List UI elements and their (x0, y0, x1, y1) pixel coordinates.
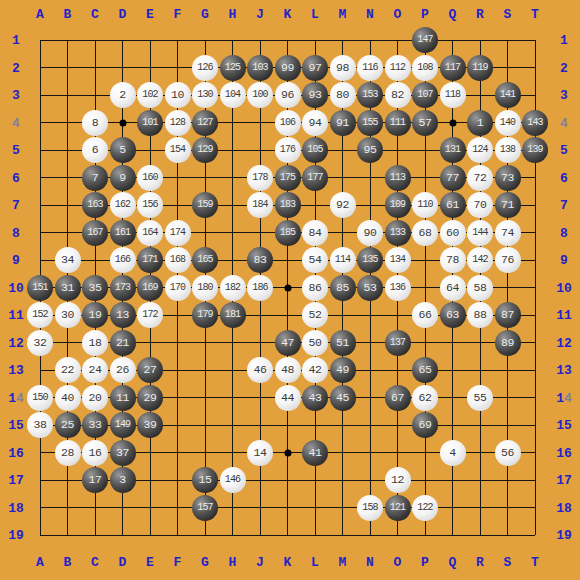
stone-S12-move-89: 89 (495, 330, 521, 356)
stone-C14-move-20: 20 (82, 385, 108, 411)
col-label-J-top: J (256, 8, 264, 21)
stone-K4-move-106: 106 (275, 110, 301, 136)
stone-move-number: 105 (307, 145, 323, 155)
stone-J16-move-14: 14 (247, 440, 273, 466)
stone-move-number: 58 (474, 282, 487, 294)
stone-H11-move-181: 181 (220, 302, 246, 328)
col-label-A-bottom: A (36, 556, 44, 569)
stone-move-number: 104 (225, 90, 241, 100)
row-label-1-left: 1 (12, 34, 20, 47)
stone-L16-move-41: 41 (302, 440, 328, 466)
stone-G11-move-179: 179 (192, 302, 218, 328)
col-label-M-bottom: M (339, 556, 347, 569)
stone-move-number: 128 (170, 118, 186, 128)
stone-move-number: 51 (336, 337, 349, 349)
stone-D6-move-9: 9 (110, 165, 136, 191)
stone-move-number: 90 (364, 227, 377, 239)
stone-move-number: 162 (115, 200, 131, 210)
stone-move-number: 54 (309, 254, 322, 266)
stone-L4-move-94: 94 (302, 110, 328, 136)
stone-C5-move-6: 6 (82, 137, 108, 163)
stone-move-number: 32 (34, 337, 47, 349)
stone-P15-move-69: 69 (412, 412, 438, 438)
stone-move-number: 139 (527, 145, 543, 155)
row-label-13-right: 13 (556, 364, 572, 377)
stone-move-number: 40 (61, 392, 74, 404)
stone-move-number: 171 (142, 255, 158, 265)
stone-D17-move-3: 3 (110, 467, 136, 493)
stone-move-number: 160 (142, 173, 158, 183)
stone-E10-move-169: 169 (137, 275, 163, 301)
stone-M13-move-49: 49 (330, 357, 356, 383)
stone-move-number: 35 (89, 282, 102, 294)
stone-move-number: 168 (170, 255, 186, 265)
stone-G3-move-130: 130 (192, 82, 218, 108)
stone-D9-move-166: 166 (110, 247, 136, 273)
row-label-9-right: 9 (560, 254, 568, 267)
stone-G5-move-129: 129 (192, 137, 218, 163)
stone-move-number: 18 (89, 337, 102, 349)
stone-move-number: 133 (390, 228, 406, 238)
stone-move-number: 48 (281, 364, 294, 376)
stone-L3-move-93: 93 (302, 82, 328, 108)
stone-N8-move-90: 90 (357, 220, 383, 246)
row-label-14-right: 14 (556, 391, 572, 404)
stone-D12-move-21: 21 (110, 330, 136, 356)
stone-move-number: 173 (115, 283, 131, 293)
stone-P3-move-107: 107 (412, 82, 438, 108)
stone-G9-move-165: 165 (192, 247, 218, 273)
stone-S5-move-138: 138 (495, 137, 521, 163)
stone-move-number: 140 (500, 118, 516, 128)
stone-move-number: 78 (446, 254, 459, 266)
stone-move-number: 9 (119, 172, 125, 184)
stone-D13-move-26: 26 (110, 357, 136, 383)
stone-J6-move-178: 178 (247, 165, 273, 191)
col-label-E-bottom: E (146, 556, 154, 569)
stone-B16-move-28: 28 (55, 440, 81, 466)
stone-move-number: 114 (335, 255, 351, 265)
col-label-T-bottom: T (531, 556, 539, 569)
stone-F10-move-170: 170 (165, 275, 191, 301)
stone-move-number: 57 (419, 117, 432, 129)
stone-move-number: 31 (61, 282, 74, 294)
stone-move-number: 41 (309, 447, 322, 459)
stone-R10-move-58: 58 (467, 275, 493, 301)
stone-L13-move-42: 42 (302, 357, 328, 383)
stone-G18-move-157: 157 (192, 495, 218, 521)
stone-move-number: 161 (115, 228, 131, 238)
stone-J2-move-103: 103 (247, 55, 273, 81)
stone-move-number: 100 (252, 90, 268, 100)
stone-Q7-move-61: 61 (440, 192, 466, 218)
stone-F5-move-154: 154 (165, 137, 191, 163)
col-label-E-top: E (146, 8, 154, 21)
row-label-14-left: 14 (8, 391, 24, 404)
stone-H3-move-104: 104 (220, 82, 246, 108)
stone-C17-move-17: 17 (82, 467, 108, 493)
col-label-L-bottom: L (311, 556, 319, 569)
stone-E3-move-102: 102 (137, 82, 163, 108)
stone-P1-move-147: 147 (412, 27, 438, 53)
col-label-N-bottom: N (366, 556, 374, 569)
stone-move-number: 55 (474, 392, 487, 404)
stone-move-number: 143 (527, 118, 543, 128)
stone-E9-move-171: 171 (137, 247, 163, 273)
col-label-Q-bottom: Q (449, 556, 457, 569)
stone-move-number: 101 (142, 118, 158, 128)
stone-move-number: 157 (197, 503, 213, 513)
stone-move-number: 138 (500, 145, 516, 155)
row-label-19-right: 19 (556, 529, 572, 542)
stone-S8-move-74: 74 (495, 220, 521, 246)
stone-move-number: 109 (390, 200, 406, 210)
stone-move-number: 169 (142, 283, 158, 293)
col-label-P-top: P (421, 8, 429, 21)
stone-move-number: 61 (446, 199, 459, 211)
stone-E11-move-172: 172 (137, 302, 163, 328)
stone-move-number: 154 (170, 145, 186, 155)
stone-S9-move-76: 76 (495, 247, 521, 273)
stone-Q3-move-118: 118 (440, 82, 466, 108)
row-label-16-right: 16 (556, 446, 572, 459)
stone-E15-move-39: 39 (137, 412, 163, 438)
stone-R9-move-142: 142 (467, 247, 493, 273)
stone-move-number: 180 (197, 283, 213, 293)
row-label-9-left: 9 (12, 254, 20, 267)
hoshi-D4 (119, 119, 126, 126)
stone-Q16-move-4: 4 (440, 440, 466, 466)
col-label-S-top: S (504, 8, 512, 21)
stone-move-number: 69 (419, 419, 432, 431)
col-label-G-bottom: G (201, 556, 209, 569)
stone-move-number: 46 (254, 364, 267, 376)
stone-move-number: 64 (446, 282, 459, 294)
stone-C6-move-7: 7 (82, 165, 108, 191)
stone-move-number: 88 (474, 309, 487, 321)
stone-B13-move-22: 22 (55, 357, 81, 383)
stone-B14-move-40: 40 (55, 385, 81, 411)
stone-R6-move-72: 72 (467, 165, 493, 191)
col-label-F-bottom: F (174, 556, 182, 569)
stone-C4-move-8: 8 (82, 110, 108, 136)
stone-move-number: 113 (390, 173, 406, 183)
stone-move-number: 29 (144, 392, 157, 404)
stone-S16-move-56: 56 (495, 440, 521, 466)
stone-R4-move-1: 1 (467, 110, 493, 136)
stone-M2-move-98: 98 (330, 55, 356, 81)
stone-move-number: 25 (61, 419, 74, 431)
stone-move-number: 86 (309, 282, 322, 294)
row-label-6-left: 6 (12, 171, 20, 184)
stone-E4-move-101: 101 (137, 110, 163, 136)
stone-move-number: 127 (197, 118, 213, 128)
row-label-8-right: 8 (560, 226, 568, 239)
stone-O4-move-111: 111 (385, 110, 411, 136)
row-label-10-right: 10 (556, 281, 572, 294)
stone-move-number: 13 (116, 309, 129, 321)
stone-move-number: 74 (501, 227, 514, 239)
stone-move-number: 144 (472, 228, 488, 238)
col-label-Q-top: Q (449, 8, 457, 21)
stone-move-number: 150 (32, 393, 48, 403)
col-label-R-bottom: R (476, 556, 484, 569)
stone-L12-move-50: 50 (302, 330, 328, 356)
stone-F9-move-168: 168 (165, 247, 191, 273)
stone-move-number: 71 (501, 199, 514, 211)
stone-move-number: 33 (89, 419, 102, 431)
row-label-7-left: 7 (12, 199, 20, 212)
stone-move-number: 65 (419, 364, 432, 376)
stone-move-number: 129 (197, 145, 213, 155)
row-label-3-left: 3 (12, 89, 20, 102)
stone-N18-move-158: 158 (357, 495, 383, 521)
col-label-D-bottom: D (119, 556, 127, 569)
stone-move-number: 152 (32, 310, 48, 320)
stone-E6-move-160: 160 (137, 165, 163, 191)
stone-O9-move-134: 134 (385, 247, 411, 273)
stone-move-number: 16 (89, 447, 102, 459)
stone-move-number: 66 (419, 309, 432, 321)
stone-move-number: 111 (390, 118, 406, 128)
stone-move-number: 172 (142, 310, 158, 320)
stone-move-number: 22 (61, 364, 74, 376)
stone-P7-move-110: 110 (412, 192, 438, 218)
stone-Q8-move-60: 60 (440, 220, 466, 246)
stone-Q9-move-78: 78 (440, 247, 466, 273)
stone-move-number: 20 (89, 392, 102, 404)
stone-R8-move-144: 144 (467, 220, 493, 246)
stone-move-number: 77 (446, 172, 459, 184)
stone-move-number: 11 (116, 392, 129, 404)
col-label-O-bottom: O (394, 556, 402, 569)
col-label-A-top: A (36, 8, 44, 21)
stone-J3-move-100: 100 (247, 82, 273, 108)
col-label-O-top: O (394, 8, 402, 21)
stone-move-number: 83 (254, 254, 267, 266)
row-label-18-right: 18 (556, 501, 572, 514)
stone-L5-move-105: 105 (302, 137, 328, 163)
stone-move-number: 4 (449, 447, 455, 459)
stone-P14-move-62: 62 (412, 385, 438, 411)
row-label-17-right: 17 (556, 474, 572, 487)
stone-L14-move-43: 43 (302, 385, 328, 411)
stone-move-number: 166 (115, 255, 131, 265)
stone-R2-move-119: 119 (467, 55, 493, 81)
stone-S11-move-87: 87 (495, 302, 521, 328)
stone-S4-move-140: 140 (495, 110, 521, 136)
stone-move-number: 30 (61, 309, 74, 321)
stone-R7-move-70: 70 (467, 192, 493, 218)
stone-move-number: 125 (225, 63, 241, 73)
stone-move-number: 8 (92, 117, 98, 129)
stone-move-number: 102 (142, 90, 158, 100)
stone-move-number: 134 (390, 255, 406, 265)
col-label-K-top: K (284, 8, 292, 21)
stone-C15-move-33: 33 (82, 412, 108, 438)
stone-G17-move-15: 15 (192, 467, 218, 493)
stone-H17-move-146: 146 (220, 467, 246, 493)
stone-D5-move-5: 5 (110, 137, 136, 163)
stone-move-number: 89 (501, 337, 514, 349)
stone-Q2-move-117: 117 (440, 55, 466, 81)
row-label-18-left: 18 (8, 501, 24, 514)
row-label-2-right: 2 (560, 61, 568, 74)
stone-J13-move-46: 46 (247, 357, 273, 383)
stone-D11-move-13: 13 (110, 302, 136, 328)
col-label-C-bottom: C (91, 556, 99, 569)
row-label-8-left: 8 (12, 226, 20, 239)
row-label-1-right: 1 (560, 34, 568, 47)
stone-F4-move-128: 128 (165, 110, 191, 136)
row-label-17-left: 17 (8, 474, 24, 487)
stone-move-number: 10 (171, 89, 184, 101)
row-label-4-right: 4 (560, 116, 568, 129)
stone-move-number: 183 (280, 200, 296, 210)
stone-move-number: 73 (501, 172, 514, 184)
stone-C13-move-24: 24 (82, 357, 108, 383)
stone-move-number: 149 (115, 420, 131, 430)
col-label-T-top: T (531, 8, 539, 21)
row-label-10-left: 10 (8, 281, 24, 294)
stone-K13-move-48: 48 (275, 357, 301, 383)
stone-M7-move-92: 92 (330, 192, 356, 218)
stone-move-number: 6 (92, 144, 98, 156)
stone-C16-move-16: 16 (82, 440, 108, 466)
row-label-6-right: 6 (560, 171, 568, 184)
stone-move-number: 178 (252, 173, 268, 183)
stone-move-number: 147 (417, 35, 433, 45)
stone-move-number: 19 (89, 309, 102, 321)
row-label-12-left: 12 (8, 336, 24, 349)
stone-move-number: 80 (336, 89, 349, 101)
stone-L11-move-52: 52 (302, 302, 328, 328)
stone-B9-move-34: 34 (55, 247, 81, 273)
stone-F8-move-174: 174 (165, 220, 191, 246)
stone-move-number: 126 (197, 63, 213, 73)
row-label-2-left: 2 (12, 61, 20, 74)
stone-K6-move-175: 175 (275, 165, 301, 191)
stone-K5-move-176: 176 (275, 137, 301, 163)
stone-move-number: 151 (32, 283, 48, 293)
stone-D8-move-161: 161 (110, 220, 136, 246)
stone-move-number: 175 (280, 173, 296, 183)
stone-move-number: 141 (500, 90, 516, 100)
stone-P18-move-122: 122 (412, 495, 438, 521)
stone-S6-move-73: 73 (495, 165, 521, 191)
stone-move-number: 164 (142, 228, 158, 238)
stone-move-number: 3 (119, 474, 125, 486)
stone-move-number: 156 (142, 200, 158, 210)
stone-D10-move-173: 173 (110, 275, 136, 301)
stone-G10-move-180: 180 (192, 275, 218, 301)
stone-move-number: 184 (252, 200, 268, 210)
stone-A14-move-150: 150 (27, 385, 53, 411)
stone-move-number: 181 (225, 310, 241, 320)
stone-C12-move-18: 18 (82, 330, 108, 356)
stone-G4-move-127: 127 (192, 110, 218, 136)
stone-move-number: 91 (336, 117, 349, 129)
col-label-H-top: H (229, 8, 237, 21)
stone-move-number: 50 (309, 337, 322, 349)
stone-move-number: 185 (280, 228, 296, 238)
stone-move-number: 110 (417, 200, 433, 210)
go-board-diagram: AABBCCDDEEFFGGHHJJKKLLMMNNOOPPQQRRSSTT11… (0, 0, 580, 580)
col-label-M-top: M (339, 8, 347, 21)
stone-K3-move-96: 96 (275, 82, 301, 108)
stone-L6-move-177: 177 (302, 165, 328, 191)
stone-move-number: 15 (199, 474, 212, 486)
stone-A11-move-152: 152 (27, 302, 53, 328)
stone-move-number: 12 (391, 474, 404, 486)
row-label-11-right: 11 (556, 309, 572, 322)
stone-T4-move-143: 143 (522, 110, 548, 136)
stone-O3-move-82: 82 (385, 82, 411, 108)
stone-move-number: 94 (309, 117, 322, 129)
stone-move-number: 135 (362, 255, 378, 265)
stone-O12-move-137: 137 (385, 330, 411, 356)
stone-A12-move-32: 32 (27, 330, 53, 356)
stone-O17-move-12: 12 (385, 467, 411, 493)
row-label-15-right: 15 (556, 419, 572, 432)
stone-move-number: 182 (225, 283, 241, 293)
stone-move-number: 26 (116, 364, 129, 376)
row-label-11-left: 11 (8, 309, 24, 322)
col-label-H-bottom: H (229, 556, 237, 569)
stone-move-number: 124 (472, 145, 488, 155)
row-label-16-left: 16 (8, 446, 24, 459)
stone-move-number: 159 (197, 200, 213, 210)
col-label-J-bottom: J (256, 556, 264, 569)
stone-O6-move-113: 113 (385, 165, 411, 191)
stone-C7-move-163: 163 (82, 192, 108, 218)
stone-P8-move-68: 68 (412, 220, 438, 246)
stone-B11-move-30: 30 (55, 302, 81, 328)
stone-S7-move-71: 71 (495, 192, 521, 218)
stone-Q11-move-63: 63 (440, 302, 466, 328)
stone-A10-move-151: 151 (27, 275, 53, 301)
col-label-B-bottom: B (64, 556, 72, 569)
stone-O8-move-133: 133 (385, 220, 411, 246)
stone-move-number: 44 (281, 392, 294, 404)
stone-R11-move-88: 88 (467, 302, 493, 328)
stone-move-number: 137 (390, 338, 406, 348)
col-label-S-bottom: S (504, 556, 512, 569)
stone-move-number: 98 (336, 62, 349, 74)
col-label-B-top: B (64, 8, 72, 21)
hoshi-K10 (284, 284, 291, 291)
stone-K7-move-183: 183 (275, 192, 301, 218)
stone-M14-move-45: 45 (330, 385, 356, 411)
stone-move-number: 52 (309, 309, 322, 321)
stone-move-number: 96 (281, 89, 294, 101)
stone-move-number: 45 (336, 392, 349, 404)
stone-move-number: 2 (119, 89, 125, 101)
stone-move-number: 67 (391, 392, 404, 404)
stone-S3-move-141: 141 (495, 82, 521, 108)
stone-D3-move-2: 2 (110, 82, 136, 108)
row-label-13-left: 13 (8, 364, 24, 377)
stone-move-number: 177 (307, 173, 323, 183)
row-label-5-right: 5 (560, 144, 568, 157)
stone-move-number: 130 (197, 90, 213, 100)
stone-J7-move-184: 184 (247, 192, 273, 218)
stone-move-number: 95 (364, 144, 377, 156)
stone-move-number: 53 (364, 282, 377, 294)
stone-move-number: 82 (391, 89, 404, 101)
stone-B15-move-25: 25 (55, 412, 81, 438)
stone-move-number: 76 (501, 254, 514, 266)
